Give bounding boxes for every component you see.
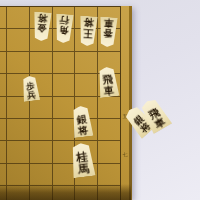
board-cell[interactable]	[97, 141, 120, 163]
piece-kanji: 香車	[103, 17, 114, 38]
piece-kanji: 角行	[59, 14, 70, 35]
board-cell[interactable]	[52, 141, 75, 163]
board-cell[interactable]	[97, 164, 120, 186]
board-cell[interactable]	[29, 141, 52, 163]
board-cell[interactable]	[52, 97, 75, 119]
board-cell[interactable]	[6, 52, 29, 74]
board-cell[interactable]	[6, 164, 29, 186]
board-cell[interactable]	[97, 97, 120, 119]
board-cell[interactable]	[29, 52, 52, 74]
board-cell[interactable]	[6, 7, 29, 29]
piece-kanji: 歩兵	[26, 82, 37, 102]
board-cell[interactable]	[6, 119, 29, 141]
board-cell[interactable]	[52, 52, 75, 74]
piece-kanji: 王将	[83, 16, 94, 38]
board-cell[interactable]	[74, 186, 97, 200]
board-cell[interactable]	[52, 164, 75, 186]
piece-kanji: 飛車	[102, 75, 115, 98]
board-cell[interactable]	[29, 186, 52, 200]
piece-kanji: 金将	[37, 12, 48, 33]
board-cell[interactable]	[97, 186, 120, 200]
board-side-edge	[129, 6, 132, 200]
board-cell[interactable]	[6, 141, 29, 163]
board-cell[interactable]	[52, 186, 75, 200]
board-cell[interactable]	[74, 74, 97, 96]
board-cell[interactable]	[6, 186, 29, 200]
board-cell[interactable]	[52, 74, 75, 96]
shogi-photo-scene: 五 七 金将 角行 王将 香車 歩兵 飛車 銀将 桂馬 銀将 飛車	[0, 0, 200, 200]
rank-coordinate-label: 七	[122, 152, 129, 157]
board-cell[interactable]	[29, 164, 52, 186]
board-cell[interactable]	[6, 29, 29, 51]
piece-kanji: 銀将	[76, 115, 89, 138]
board-cell[interactable]	[52, 119, 75, 141]
board-cell[interactable]	[97, 119, 120, 141]
board-cell[interactable]	[29, 119, 52, 141]
board-cell[interactable]	[74, 52, 97, 74]
board-right-margin: 五 七	[122, 6, 130, 200]
piece-kanji: 桂馬	[76, 151, 90, 177]
